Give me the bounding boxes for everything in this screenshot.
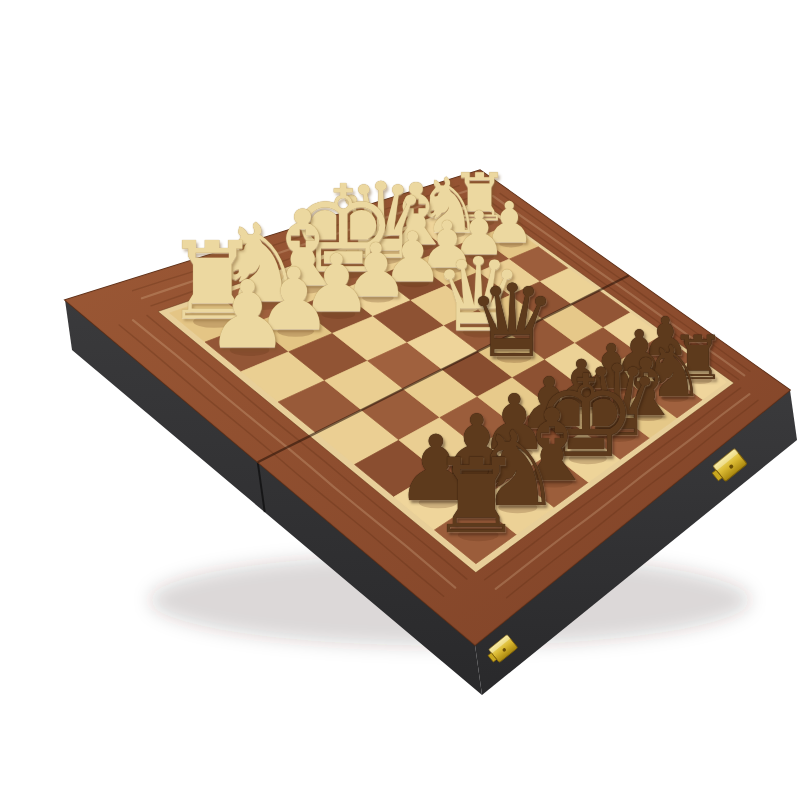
piece-shadow bbox=[499, 240, 523, 247]
piece-shadow bbox=[325, 267, 365, 279]
piece-shadow bbox=[500, 448, 533, 458]
piece-shadow bbox=[536, 477, 573, 488]
piece-shadow bbox=[419, 497, 457, 509]
piece-shadow bbox=[400, 279, 429, 288]
piece-shadow bbox=[536, 426, 566, 435]
piece-shadow bbox=[435, 265, 462, 273]
piece-shadow bbox=[469, 218, 495, 226]
chess-set-product-photo: ♜♞♟♝♟♛♟♚♟♝♟♞♟♜♟♛♟♟♛♟♜♟♞♟♝♟♛♟♚♟♝♟♞♜ bbox=[0, 0, 800, 800]
piece-shadow bbox=[241, 298, 282, 310]
piece-shadow bbox=[656, 353, 679, 360]
piece-shadow bbox=[497, 353, 531, 363]
piece-shadow bbox=[321, 309, 355, 319]
piece-shadow bbox=[463, 327, 498, 337]
piece-shadow bbox=[458, 529, 499, 541]
piece-shadow bbox=[230, 344, 270, 356]
piece-shadow bbox=[436, 229, 465, 238]
piece-shadow bbox=[402, 241, 433, 250]
piece-shadow bbox=[498, 502, 537, 514]
piece-shadow bbox=[365, 254, 401, 265]
piece-shadow bbox=[600, 387, 626, 395]
piece-shadow bbox=[688, 377, 712, 384]
piece-shadow bbox=[569, 406, 597, 414]
piece-shadow bbox=[362, 293, 393, 302]
chess-board bbox=[0, 0, 800, 800]
piece-shadow bbox=[662, 394, 689, 402]
piece-shadow bbox=[468, 252, 494, 260]
piece-shadow bbox=[569, 453, 607, 464]
piece-shadow bbox=[629, 370, 653, 377]
piece-shadow bbox=[277, 326, 314, 337]
piece-shadow bbox=[286, 282, 325, 294]
piece-shadow bbox=[633, 412, 662, 421]
piece-shadow bbox=[461, 471, 496, 482]
piece-shadow bbox=[193, 315, 235, 328]
piece-shadow bbox=[602, 432, 636, 442]
